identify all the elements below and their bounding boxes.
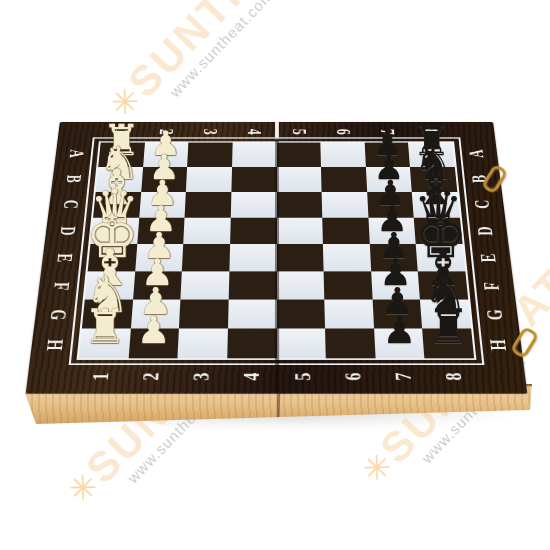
coord-bottom-4: 4 — [226, 359, 276, 394]
coord-bottom-3: 3 — [175, 359, 226, 394]
square-f3[interactable] — [181, 271, 230, 299]
coord-bottom-6: 6 — [327, 359, 378, 394]
coord-right-d: D — [463, 217, 508, 245]
square-f6[interactable] — [324, 271, 373, 299]
coord-left-e: E — [42, 244, 88, 273]
watermark-url: www.suntheat.com — [166, 0, 337, 100]
square-e5[interactable] — [277, 244, 324, 271]
coord-bottom-8: 8 — [427, 359, 479, 394]
square-d4[interactable] — [230, 218, 277, 244]
square-b6[interactable] — [321, 167, 367, 192]
coord-left-d: D — [45, 217, 90, 245]
watermark-brand: SUNTHEAT — [119, 0, 327, 107]
sunburst-icon: ✳ — [353, 444, 402, 492]
square-b4[interactable] — [231, 167, 276, 192]
piece-white-rook-h1[interactable]: ♜ — [83, 303, 126, 351]
board-fold-gap — [274, 122, 278, 393]
square-g6[interactable] — [324, 300, 373, 329]
square-g4[interactable] — [228, 300, 277, 329]
square-g3[interactable] — [179, 300, 228, 329]
coord-right-a: A — [455, 141, 498, 166]
square-c3[interactable] — [185, 192, 232, 218]
square-a5[interactable] — [277, 143, 322, 167]
coord-left-f: F — [38, 271, 85, 300]
piece-black-pawn-h7[interactable]: ♟ — [382, 312, 416, 350]
coord-right-f: F — [468, 271, 515, 300]
coord-right-g: G — [471, 300, 519, 330]
piece-black-rook-h8[interactable]: ♜ — [427, 303, 470, 351]
square-h5[interactable] — [277, 328, 326, 358]
scene: ✳ SUNTHEAT www.suntheat.com ✳ SUNTHEAT w… — [0, 0, 550, 550]
square-e6[interactable] — [323, 244, 371, 271]
square-a3[interactable] — [187, 143, 232, 167]
square-f4[interactable] — [229, 271, 277, 299]
square-h4[interactable] — [227, 328, 276, 358]
square-b5[interactable] — [277, 167, 322, 192]
square-c4[interactable] — [231, 192, 277, 218]
square-h6[interactable] — [325, 328, 375, 358]
coord-right-e: E — [465, 244, 511, 273]
sunburst-icon: ✳ — [59, 464, 108, 512]
coord-left-h: H — [31, 329, 79, 360]
square-e4[interactable] — [229, 244, 276, 271]
square-e3[interactable] — [182, 244, 230, 271]
square-c6[interactable] — [322, 192, 369, 218]
coord-bottom-5: 5 — [277, 359, 327, 394]
piece-white-pawn-h2[interactable]: ♟ — [137, 312, 171, 350]
coord-left-g: G — [34, 300, 82, 330]
square-a6[interactable] — [320, 143, 365, 167]
coord-bottom-2: 2 — [125, 359, 176, 394]
square-d3[interactable] — [183, 218, 230, 244]
square-h3[interactable] — [178, 328, 228, 358]
square-g5[interactable] — [277, 300, 326, 329]
square-d5[interactable] — [277, 218, 324, 244]
coord-bottom-1: 1 — [74, 359, 126, 394]
square-a4[interactable] — [232, 143, 277, 167]
coord-bottom-7: 7 — [377, 359, 428, 394]
square-d6[interactable] — [322, 218, 369, 244]
coord-left-a: A — [55, 141, 98, 166]
square-f5[interactable] — [277, 271, 325, 299]
square-c5[interactable] — [277, 192, 323, 218]
square-b3[interactable] — [186, 167, 232, 192]
